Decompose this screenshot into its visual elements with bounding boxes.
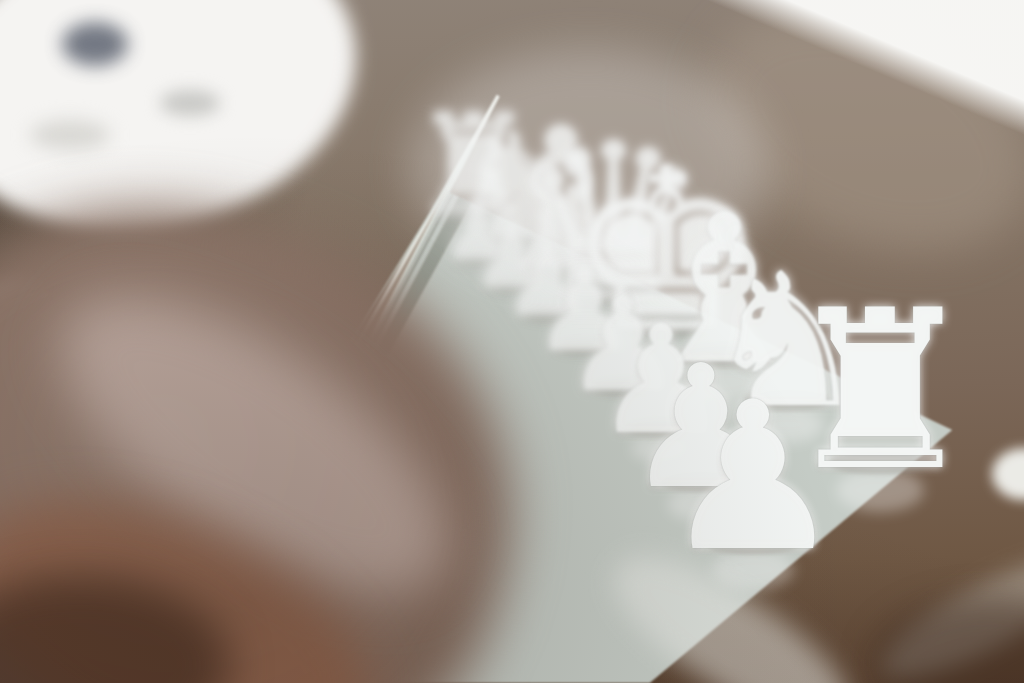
vignette-overlay <box>0 0 1024 683</box>
photo-glass-chess-scene: ♜♞♟♝♟♛♟♚♟♝♟♞♟♜♟♟ <box>0 0 1024 683</box>
